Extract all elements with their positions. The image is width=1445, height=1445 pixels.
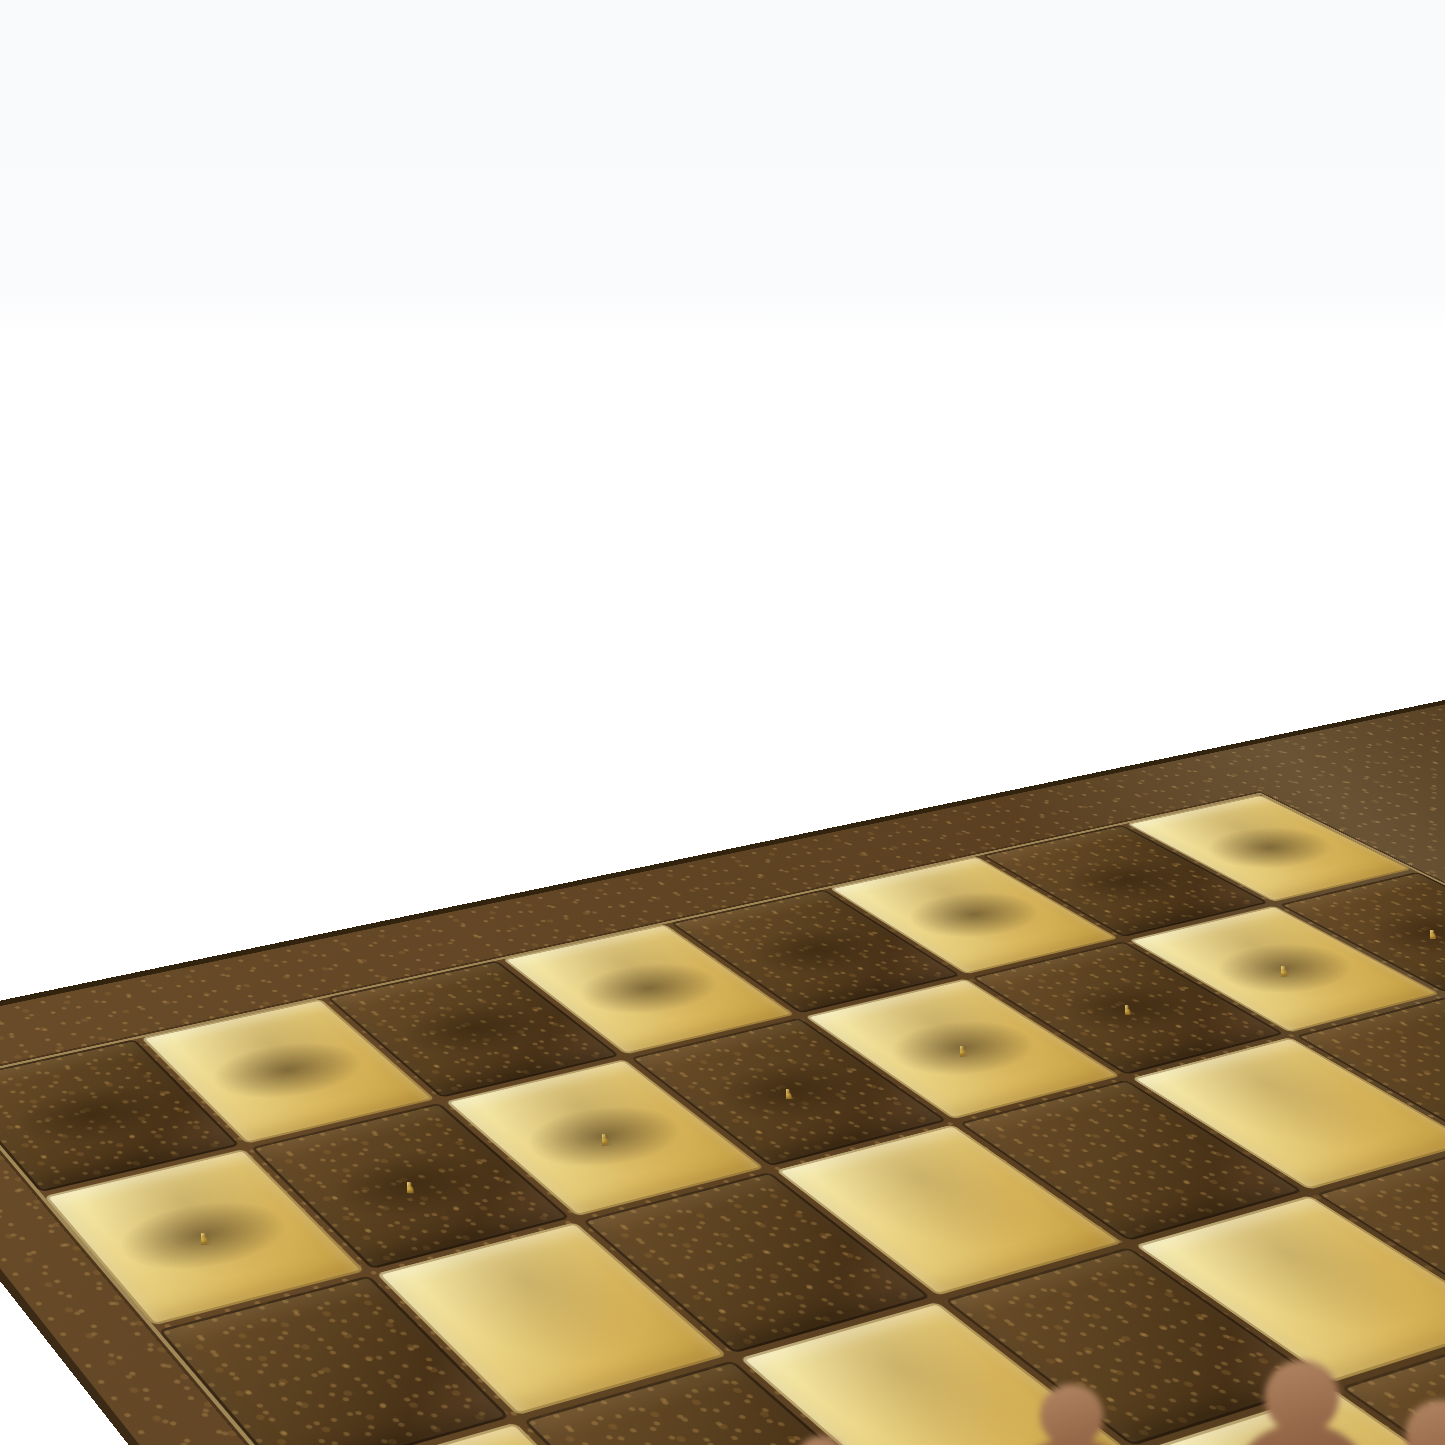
chess-board: ♜♞♝♛♚♝♞♜♟♟♟♟♟♟♟♟♟♟♟♟♟♟♟♟♜♞♝♛♚♝♞♜ [0, 653, 1445, 1445]
piece-contact-shadow [866, 1011, 1059, 1087]
piece-contact-shadow [99, 1189, 308, 1284]
piece-contact-shadow [308, 1141, 513, 1230]
piece-contact-shadow [1192, 935, 1378, 1003]
product-photo-stage: ♜♞♝♛♚♝♞♜♟♟♟♟♟♟♟♟♟♟♟♟♟♟♟♟♜♞♝♛♚♝♞♜ ♟ ♟ ♟ ♟ [0, 0, 1445, 1445]
board-grid: ♜♞♝♛♚♝♞♜♟♟♟♟♟♟♟♟♟♟♟♟♟♟♟♟♜♞♝♛♚♝♞♜ [0, 795, 1445, 1445]
piece-contact-shadow [1033, 972, 1223, 1044]
piece-contact-shadow [504, 1095, 705, 1179]
piece-contact-shadow [690, 1052, 887, 1132]
white-rook-glyph: ♜ [0, 847, 214, 1124]
